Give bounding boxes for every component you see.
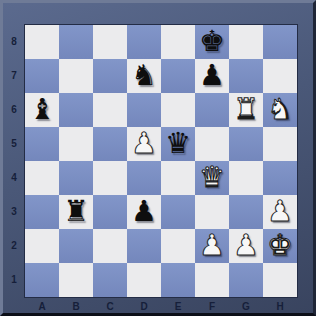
square-d2[interactable] [127,229,161,263]
rank-label-3: 3 [3,195,25,229]
square-h3[interactable]: ♟ [263,195,297,229]
square-b5[interactable] [59,127,93,161]
square-f6[interactable] [195,93,229,127]
piece-black-pawn[interactable]: ♟ [195,59,229,93]
square-a6[interactable]: ♝ [25,93,59,127]
square-g4[interactable] [229,161,263,195]
file-label-g: G [229,298,263,316]
chess-board: ♚♞♟♝♜♞♟♛♛♜♟♟♟♟♚ [25,25,297,297]
square-d5[interactable]: ♟ [127,127,161,161]
square-d4[interactable] [127,161,161,195]
square-h5[interactable] [263,127,297,161]
rank-label-6: 6 [3,93,25,127]
square-b3[interactable]: ♜ [59,195,93,229]
file-labels: ABCDEFGH [25,298,297,316]
square-e6[interactable] [161,93,195,127]
piece-white-rook[interactable]: ♜ [229,93,263,127]
piece-white-pawn[interactable]: ♟ [127,127,161,161]
square-f2[interactable]: ♟ [195,229,229,263]
rank-label-1: 1 [3,263,25,297]
square-d7[interactable]: ♞ [127,59,161,93]
file-label-a: A [25,298,59,316]
square-b8[interactable] [59,25,93,59]
square-b7[interactable] [59,59,93,93]
piece-black-queen[interactable]: ♛ [161,127,195,161]
square-b1[interactable] [59,263,93,297]
piece-black-bishop[interactable]: ♝ [25,93,59,127]
square-e4[interactable] [161,161,195,195]
square-c5[interactable] [93,127,127,161]
square-b4[interactable] [59,161,93,195]
rank-label-4: 4 [3,161,25,195]
square-g5[interactable] [229,127,263,161]
square-c1[interactable] [93,263,127,297]
file-label-c: C [93,298,127,316]
file-label-h: H [263,298,297,316]
rank-labels: 87654321 [3,25,25,297]
piece-white-queen[interactable]: ♛ [195,161,229,195]
piece-white-pawn[interactable]: ♟ [229,229,263,263]
square-c6[interactable] [93,93,127,127]
file-label-e: E [161,298,195,316]
square-f8[interactable]: ♚ [195,25,229,59]
file-label-b: B [59,298,93,316]
piece-black-pawn[interactable]: ♟ [127,195,161,229]
square-c4[interactable] [93,161,127,195]
square-g1[interactable] [229,263,263,297]
square-e7[interactable] [161,59,195,93]
square-e3[interactable] [161,195,195,229]
square-e2[interactable] [161,229,195,263]
square-g7[interactable] [229,59,263,93]
piece-black-king[interactable]: ♚ [195,25,229,59]
square-g3[interactable] [229,195,263,229]
piece-white-knight[interactable]: ♞ [263,93,297,127]
square-d8[interactable] [127,25,161,59]
file-label-d: D [127,298,161,316]
square-a4[interactable] [25,161,59,195]
square-c2[interactable] [93,229,127,263]
rank-label-5: 5 [3,127,25,161]
square-a5[interactable] [25,127,59,161]
chess-diagram: 87654321 ♚♞♟♝♜♞♟♛♛♜♟♟♟♟♚ ABCDEFGH [0,0,316,316]
square-h1[interactable] [263,263,297,297]
piece-black-rook[interactable]: ♜ [59,195,93,229]
rank-label-7: 7 [3,59,25,93]
square-a7[interactable] [25,59,59,93]
square-a1[interactable] [25,263,59,297]
square-b6[interactable] [59,93,93,127]
square-e5[interactable]: ♛ [161,127,195,161]
square-f5[interactable] [195,127,229,161]
square-h2[interactable]: ♚ [263,229,297,263]
square-e8[interactable] [161,25,195,59]
rank-label-8: 8 [3,25,25,59]
square-d1[interactable] [127,263,161,297]
square-c7[interactable] [93,59,127,93]
square-h7[interactable] [263,59,297,93]
square-e1[interactable] [161,263,195,297]
square-a3[interactable] [25,195,59,229]
piece-white-pawn[interactable]: ♟ [263,195,297,229]
square-g8[interactable] [229,25,263,59]
square-a8[interactable] [25,25,59,59]
piece-white-pawn[interactable]: ♟ [195,229,229,263]
square-h6[interactable]: ♞ [263,93,297,127]
square-d3[interactable]: ♟ [127,195,161,229]
square-g6[interactable]: ♜ [229,93,263,127]
square-f4[interactable]: ♛ [195,161,229,195]
square-a2[interactable] [25,229,59,263]
square-d6[interactable] [127,93,161,127]
square-h8[interactable] [263,25,297,59]
file-label-f: F [195,298,229,316]
piece-white-king[interactable]: ♚ [263,229,297,263]
square-c3[interactable] [93,195,127,229]
piece-black-knight[interactable]: ♞ [127,59,161,93]
square-f3[interactable] [195,195,229,229]
square-f1[interactable] [195,263,229,297]
square-g2[interactable]: ♟ [229,229,263,263]
square-c8[interactable] [93,25,127,59]
rank-label-2: 2 [3,229,25,263]
square-h4[interactable] [263,161,297,195]
square-f7[interactable]: ♟ [195,59,229,93]
square-b2[interactable] [59,229,93,263]
